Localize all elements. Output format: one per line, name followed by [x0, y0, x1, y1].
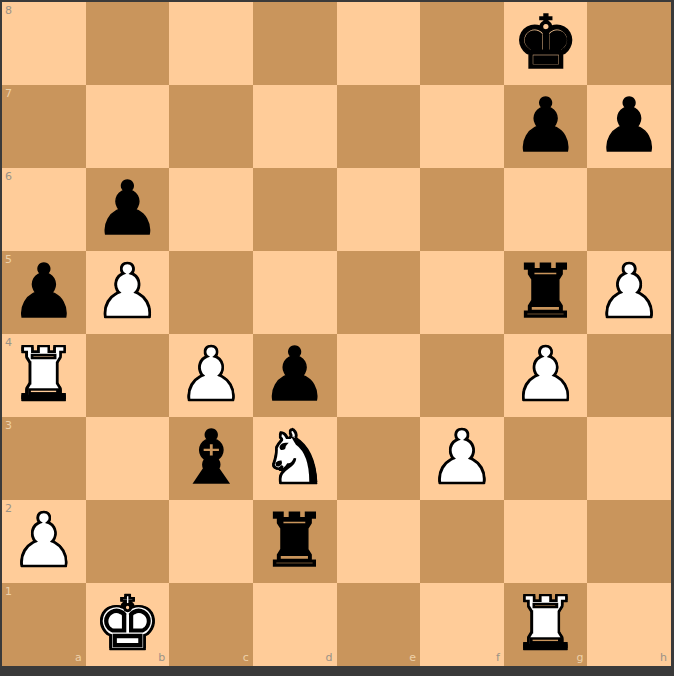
- file-label-e: e: [409, 652, 416, 663]
- square-a8[interactable]: 8: [2, 2, 86, 85]
- square-e3[interactable]: [337, 417, 421, 500]
- square-f1[interactable]: f: [420, 583, 504, 666]
- file-label-a: a: [75, 652, 82, 663]
- square-d8[interactable]: [253, 2, 337, 85]
- square-c4[interactable]: ♟: [169, 334, 253, 417]
- black-pawn[interactable]: ♟: [94, 171, 160, 245]
- square-h2[interactable]: [587, 500, 671, 583]
- file-label-d: d: [326, 652, 333, 663]
- square-d2[interactable]: ♜: [253, 500, 337, 583]
- square-b3[interactable]: [86, 417, 170, 500]
- white-pawn[interactable]: ♟: [11, 503, 77, 577]
- square-c8[interactable]: [169, 2, 253, 85]
- square-e5[interactable]: [337, 251, 421, 334]
- square-d1[interactable]: d: [253, 583, 337, 666]
- square-e1[interactable]: e: [337, 583, 421, 666]
- file-label-c: c: [243, 652, 249, 663]
- square-e7[interactable]: [337, 85, 421, 168]
- square-a6[interactable]: 6: [2, 168, 86, 251]
- square-d6[interactable]: [253, 168, 337, 251]
- square-d3[interactable]: ♞: [253, 417, 337, 500]
- black-pawn[interactable]: ♟: [262, 337, 328, 411]
- square-b6[interactable]: ♟: [86, 168, 170, 251]
- square-d7[interactable]: [253, 85, 337, 168]
- square-c2[interactable]: [169, 500, 253, 583]
- square-b7[interactable]: [86, 85, 170, 168]
- square-e2[interactable]: [337, 500, 421, 583]
- square-g7[interactable]: ♟: [504, 85, 588, 168]
- square-h5[interactable]: ♟: [587, 251, 671, 334]
- white-knight[interactable]: ♞: [262, 420, 328, 494]
- rank-label-8: 8: [5, 5, 12, 16]
- square-f5[interactable]: [420, 251, 504, 334]
- square-b2[interactable]: [86, 500, 170, 583]
- white-rook[interactable]: ♜: [11, 337, 77, 411]
- rank-label-7: 7: [5, 88, 12, 99]
- square-b8[interactable]: [86, 2, 170, 85]
- chess-board-frame: 8♚7♟♟6♟5♟♟♜♟4♜♟♟♟3♝♞♟2♟♜1ab♚cdefg♜h: [0, 0, 674, 676]
- square-f6[interactable]: [420, 168, 504, 251]
- square-f7[interactable]: [420, 85, 504, 168]
- square-a7[interactable]: 7: [2, 85, 86, 168]
- white-pawn[interactable]: ♟: [178, 337, 244, 411]
- chess-board: 8♚7♟♟6♟5♟♟♜♟4♜♟♟♟3♝♞♟2♟♜1ab♚cdefg♜h: [2, 2, 671, 666]
- rank-label-6: 6: [5, 171, 12, 182]
- black-pawn[interactable]: ♟: [512, 88, 578, 162]
- square-b5[interactable]: ♟: [86, 251, 170, 334]
- file-label-f: f: [496, 652, 500, 663]
- white-king[interactable]: ♚: [94, 586, 160, 660]
- square-a2[interactable]: 2♟: [2, 500, 86, 583]
- square-g3[interactable]: [504, 417, 588, 500]
- square-e6[interactable]: [337, 168, 421, 251]
- white-pawn[interactable]: ♟: [512, 337, 578, 411]
- square-g1[interactable]: g♜: [504, 583, 588, 666]
- rank-label-3: 3: [5, 420, 12, 431]
- white-pawn[interactable]: ♟: [94, 254, 160, 328]
- square-c3[interactable]: ♝: [169, 417, 253, 500]
- square-a1[interactable]: 1a: [2, 583, 86, 666]
- square-h8[interactable]: [587, 2, 671, 85]
- square-h4[interactable]: [587, 334, 671, 417]
- square-h6[interactable]: [587, 168, 671, 251]
- square-h1[interactable]: h: [587, 583, 671, 666]
- white-pawn[interactable]: ♟: [596, 254, 662, 328]
- square-h7[interactable]: ♟: [587, 85, 671, 168]
- file-label-h: h: [660, 652, 667, 663]
- square-e4[interactable]: [337, 334, 421, 417]
- white-pawn[interactable]: ♟: [429, 420, 495, 494]
- black-pawn[interactable]: ♟: [596, 88, 662, 162]
- black-rook[interactable]: ♜: [262, 503, 328, 577]
- square-g4[interactable]: ♟: [504, 334, 588, 417]
- square-d4[interactable]: ♟: [253, 334, 337, 417]
- black-rook[interactable]: ♜: [512, 254, 578, 328]
- black-pawn[interactable]: ♟: [11, 254, 77, 328]
- rank-label-1: 1: [5, 586, 12, 597]
- square-g8[interactable]: ♚: [504, 2, 588, 85]
- square-b1[interactable]: b♚: [86, 583, 170, 666]
- square-c6[interactable]: [169, 168, 253, 251]
- square-f3[interactable]: ♟: [420, 417, 504, 500]
- black-bishop[interactable]: ♝: [178, 420, 244, 494]
- square-f8[interactable]: [420, 2, 504, 85]
- square-f2[interactable]: [420, 500, 504, 583]
- black-king[interactable]: ♚: [512, 5, 578, 79]
- square-g6[interactable]: [504, 168, 588, 251]
- square-c7[interactable]: [169, 85, 253, 168]
- square-a4[interactable]: 4♜: [2, 334, 86, 417]
- square-a5[interactable]: 5♟: [2, 251, 86, 334]
- square-b4[interactable]: [86, 334, 170, 417]
- square-f4[interactable]: [420, 334, 504, 417]
- square-c1[interactable]: c: [169, 583, 253, 666]
- white-rook[interactable]: ♜: [512, 586, 578, 660]
- square-a3[interactable]: 3: [2, 417, 86, 500]
- square-d5[interactable]: [253, 251, 337, 334]
- square-c5[interactable]: [169, 251, 253, 334]
- square-h3[interactable]: [587, 417, 671, 500]
- square-g5[interactable]: ♜: [504, 251, 588, 334]
- square-g2[interactable]: [504, 500, 588, 583]
- square-e8[interactable]: [337, 2, 421, 85]
